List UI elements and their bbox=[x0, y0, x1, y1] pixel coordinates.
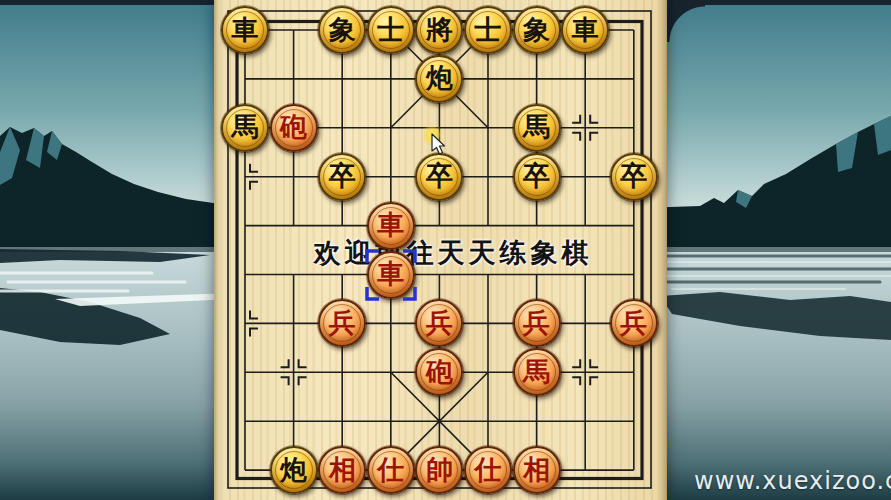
piece-character: 卒 bbox=[620, 162, 647, 189]
piece-red-soldier[interactable]: 兵 bbox=[513, 299, 561, 347]
piece-black-chariot[interactable]: 車 bbox=[221, 6, 269, 54]
piece-black-horse[interactable]: 馬 bbox=[513, 104, 561, 152]
piece-red-advisor[interactable]: 仕 bbox=[367, 446, 415, 494]
piece-black-cannon[interactable]: 炮 bbox=[415, 55, 463, 103]
piece-black-chariot[interactable]: 車 bbox=[561, 6, 609, 54]
piece-black-soldier[interactable]: 卒 bbox=[610, 153, 658, 201]
piece-red-cannon[interactable]: 砲 bbox=[270, 104, 318, 152]
piece-character: 馬 bbox=[523, 358, 550, 385]
piece-red-elephant[interactable]: 相 bbox=[318, 446, 366, 494]
piece-character: 兵 bbox=[329, 309, 356, 336]
piece-character: 車 bbox=[377, 211, 404, 238]
piece-character: 士 bbox=[475, 16, 502, 43]
piece-red-soldier[interactable]: 兵 bbox=[610, 299, 658, 347]
piece-character: 砲 bbox=[280, 113, 307, 140]
piece-character: 炮 bbox=[280, 456, 307, 483]
piece-character: 象 bbox=[329, 16, 356, 43]
piece-character: 卒 bbox=[523, 162, 550, 189]
piece-red-horse[interactable]: 馬 bbox=[513, 348, 561, 396]
piece-character: 馬 bbox=[523, 113, 550, 140]
piece-black-soldier[interactable]: 卒 bbox=[513, 153, 561, 201]
piece-red-chariot[interactable]: 車 bbox=[367, 251, 415, 299]
piece-black-advisor[interactable]: 士 bbox=[464, 6, 512, 54]
piece-character: 仕 bbox=[377, 456, 404, 483]
piece-character: 兵 bbox=[426, 309, 453, 336]
piece-red-soldier[interactable]: 兵 bbox=[415, 299, 463, 347]
piece-character: 車 bbox=[572, 16, 599, 43]
piece-red-soldier[interactable]: 兵 bbox=[318, 299, 366, 347]
pieces-layer: 車象士將士象車炮馬砲馬卒卒卒卒車車兵兵兵兵砲馬炮相仕帥仕相 bbox=[214, 0, 667, 500]
piece-black-advisor[interactable]: 士 bbox=[367, 6, 415, 54]
piece-red-chariot[interactable]: 車 bbox=[367, 202, 415, 250]
piece-red-advisor[interactable]: 仕 bbox=[464, 446, 512, 494]
piece-character: 卒 bbox=[329, 162, 356, 189]
piece-red-cannon[interactable]: 砲 bbox=[415, 348, 463, 396]
piece-black-cannon[interactable]: 炮 bbox=[270, 446, 318, 494]
piece-character: 砲 bbox=[426, 358, 453, 385]
piece-character: 象 bbox=[523, 16, 550, 43]
piece-character: 炮 bbox=[426, 64, 453, 91]
piece-character: 仕 bbox=[475, 456, 502, 483]
piece-character: 馬 bbox=[232, 113, 259, 140]
piece-red-elephant[interactable]: 相 bbox=[513, 446, 561, 494]
piece-character: 兵 bbox=[620, 309, 647, 336]
piece-black-elephant[interactable]: 象 bbox=[513, 6, 561, 54]
xiangqi-board[interactable]: 欢迎前往天天练象棋 車象士將士象車炮馬砲馬卒卒卒卒車車兵兵兵兵砲馬炮相仕帥仕相 bbox=[214, 0, 667, 500]
watermark-url: www.xuexizoo.com bbox=[694, 467, 891, 495]
piece-character: 車 bbox=[232, 16, 259, 43]
piece-character: 士 bbox=[377, 16, 404, 43]
piece-character: 車 bbox=[377, 260, 404, 287]
piece-red-general[interactable]: 帥 bbox=[415, 446, 463, 494]
piece-character: 帥 bbox=[426, 456, 453, 483]
piece-character: 兵 bbox=[523, 309, 550, 336]
piece-character: 將 bbox=[426, 16, 453, 43]
piece-character: 相 bbox=[523, 456, 550, 483]
piece-black-soldier[interactable]: 卒 bbox=[318, 153, 366, 201]
piece-character: 卒 bbox=[426, 162, 453, 189]
piece-character: 相 bbox=[329, 456, 356, 483]
piece-black-soldier[interactable]: 卒 bbox=[415, 153, 463, 201]
piece-black-horse[interactable]: 馬 bbox=[221, 104, 269, 152]
background-corner-cut bbox=[667, 4, 705, 42]
piece-black-general[interactable]: 將 bbox=[415, 6, 463, 54]
screenshot-stage: 欢迎前往天天练象棋 車象士將士象車炮馬砲馬卒卒卒卒車車兵兵兵兵砲馬炮相仕帥仕相 … bbox=[0, 0, 891, 500]
piece-black-elephant[interactable]: 象 bbox=[318, 6, 366, 54]
